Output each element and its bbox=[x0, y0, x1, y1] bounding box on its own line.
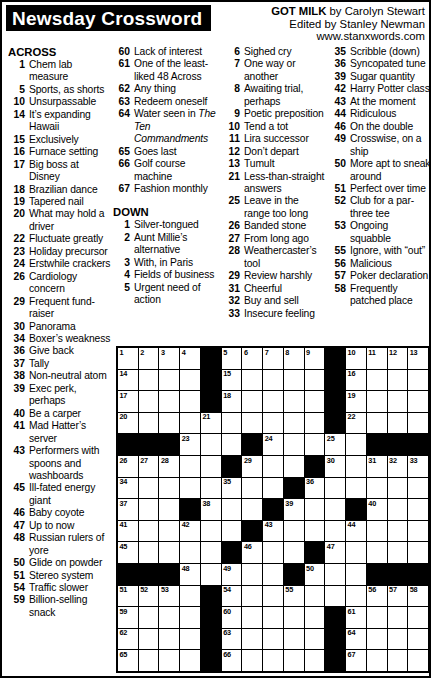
grid-cell-r2c4[interactable] bbox=[180, 370, 200, 391]
grid-cell-r12c13[interactable]: 56 bbox=[367, 586, 387, 607]
grid-cell-r13c9[interactable] bbox=[284, 607, 304, 628]
grid-cell-r6c2[interactable]: 27 bbox=[139, 456, 159, 477]
grid-cell-r8c9[interactable]: 39 bbox=[284, 499, 304, 520]
grid-cell-r15c9[interactable] bbox=[284, 650, 304, 671]
grid-cell-r14c14[interactable] bbox=[388, 629, 408, 650]
grid-cell-r4c10[interactable] bbox=[305, 413, 325, 434]
clue-text: Crosswise, on a ship bbox=[350, 133, 431, 158]
clue-text: Frequent fund-raiser bbox=[29, 296, 111, 321]
clue-across-19: 19Tapered nail bbox=[8, 196, 111, 208]
grid-cell-r10c1[interactable]: 45 bbox=[118, 542, 138, 563]
grid-cell-r5c6[interactable] bbox=[222, 434, 242, 455]
grid-cell-r1c15[interactable]: 13 bbox=[408, 348, 428, 369]
grid-cell-r13c10[interactable] bbox=[305, 607, 325, 628]
grid-cell-r3c12[interactable]: 19 bbox=[346, 391, 366, 412]
grid-cell-r5c12[interactable] bbox=[346, 434, 366, 455]
grid-cell-r4c5[interactable]: 21 bbox=[201, 413, 221, 434]
cell-number: 47 bbox=[327, 543, 335, 551]
grid-cell-r10c9[interactable] bbox=[284, 542, 304, 563]
clue-number: 22 bbox=[8, 233, 25, 245]
cell-number: 14 bbox=[120, 370, 128, 378]
clue-number: 36 bbox=[329, 58, 346, 70]
grid-cell-r14c15[interactable] bbox=[408, 629, 428, 650]
clue-text: Buy and sell bbox=[244, 295, 326, 307]
grid-cell-r14c11-black bbox=[325, 629, 345, 650]
clue-text: Billion-selling snack bbox=[29, 594, 111, 619]
grid-cell-r2c12[interactable]: 16 bbox=[346, 370, 366, 391]
grid-cell-r10c13[interactable] bbox=[367, 542, 387, 563]
grid-cell-r14c7[interactable] bbox=[242, 629, 262, 650]
grid-cell-r6c9[interactable] bbox=[284, 456, 304, 477]
grid-cell-r2c14[interactable] bbox=[388, 370, 408, 391]
grid-cell-r7c8[interactable] bbox=[263, 478, 283, 499]
grid-cell-r14c8[interactable] bbox=[263, 629, 283, 650]
grid-cell-r9c10[interactable] bbox=[305, 521, 325, 542]
grid-cell-r1c7[interactable]: 6 bbox=[242, 348, 262, 369]
grid-cell-r7c2[interactable] bbox=[139, 478, 159, 499]
grid-cell-r6c6-black bbox=[222, 456, 242, 477]
grid-cell-r1c3[interactable]: 3 bbox=[159, 348, 179, 369]
grid-cell-r6c8[interactable] bbox=[263, 456, 283, 477]
grid-cell-r2c1[interactable]: 14 bbox=[118, 370, 138, 391]
grid-cell-r4c13[interactable] bbox=[367, 413, 387, 434]
cell-number: 8 bbox=[285, 349, 289, 357]
grid-cell-r1c8[interactable]: 7 bbox=[263, 348, 283, 369]
grid-cell-r7c15[interactable] bbox=[408, 478, 428, 499]
grid-cell-r7c13[interactable] bbox=[367, 478, 387, 499]
section-header-across: ACROSS bbox=[8, 46, 111, 59]
clue-number: 51 bbox=[329, 183, 346, 195]
grid-cell-r6c15[interactable]: 33 bbox=[408, 456, 428, 477]
grid-cell-r8c10[interactable] bbox=[305, 499, 325, 520]
clue-down-1: 1Silver-tongued bbox=[113, 219, 219, 231]
grid-cell-r15c6[interactable]: 66 bbox=[222, 650, 242, 671]
grid-cell-r15c2[interactable] bbox=[139, 650, 159, 671]
grid-cell-r11c10[interactable]: 50 bbox=[305, 564, 325, 585]
clue-number: 29 bbox=[223, 270, 240, 282]
grid-cell-r11c11[interactable] bbox=[325, 564, 345, 585]
grid-cell-r15c7[interactable] bbox=[242, 650, 262, 671]
grid-cell-r9c1[interactable]: 41 bbox=[118, 521, 138, 542]
grid-cell-r6c5[interactable] bbox=[201, 456, 221, 477]
grid-cell-r12c7[interactable] bbox=[242, 586, 262, 607]
grid-cell-r12c10[interactable] bbox=[305, 586, 325, 607]
cell-number: 39 bbox=[285, 500, 293, 508]
grid-cell-r14c3[interactable] bbox=[159, 629, 179, 650]
clue-number: 55 bbox=[329, 245, 346, 257]
cell-number: 46 bbox=[244, 543, 252, 551]
grid-cell-r13c1[interactable]: 59 bbox=[118, 607, 138, 628]
clue-text: Poker declaration bbox=[350, 270, 431, 282]
grid-cell-r12c8[interactable] bbox=[263, 586, 283, 607]
cell-number: 19 bbox=[348, 392, 356, 400]
clue-across-67: 67Fashion monthly bbox=[113, 183, 219, 195]
grid-cell-r9c15[interactable] bbox=[408, 521, 428, 542]
grid-cell-r14c10[interactable] bbox=[305, 629, 325, 650]
grid-cell-r13c2[interactable] bbox=[139, 607, 159, 628]
clue-across-39: 39Exec perk, perhaps bbox=[8, 383, 111, 408]
grid-cell-r7c12[interactable] bbox=[346, 478, 366, 499]
grid-cell-r6c13[interactable]: 31 bbox=[367, 456, 387, 477]
clue-text: Tend a tot bbox=[244, 121, 326, 133]
grid-cell-r11c8[interactable] bbox=[263, 564, 283, 585]
cell-number: 63 bbox=[223, 629, 231, 637]
grid-cell-r15c13[interactable] bbox=[367, 650, 387, 671]
cell-number: 48 bbox=[182, 565, 190, 573]
grid-cell-r10c4[interactable] bbox=[180, 542, 200, 563]
grid-cell-r2c10[interactable] bbox=[305, 370, 325, 391]
grid-cell-r1c4[interactable]: 4 bbox=[180, 348, 200, 369]
clue-across-26: 26Cardiology concern bbox=[8, 271, 111, 296]
grid-cell-r2c11-black bbox=[325, 370, 345, 391]
grid-cell-r3c2[interactable] bbox=[139, 391, 159, 412]
clue-text: Chem lab measure bbox=[29, 59, 111, 84]
grid-cell-r11c13-black bbox=[367, 564, 387, 585]
clue-down-10: 10Tend a tot bbox=[223, 121, 326, 133]
grid-cell-r8c1[interactable]: 37 bbox=[118, 499, 138, 520]
grid-cell-r3c15[interactable] bbox=[408, 391, 428, 412]
grid-cell-r5c14-black bbox=[388, 434, 408, 455]
grid-cell-r7c14[interactable] bbox=[388, 478, 408, 499]
grid-cell-r11c12[interactable] bbox=[346, 564, 366, 585]
grid-cell-r3c9[interactable] bbox=[284, 391, 304, 412]
grid-cell-r4c15[interactable] bbox=[408, 413, 428, 434]
grid-cell-r6c12[interactable] bbox=[346, 456, 366, 477]
grid-cell-r14c6[interactable]: 63 bbox=[222, 629, 242, 650]
grid-cell-r1c14[interactable]: 12 bbox=[388, 348, 408, 369]
clue-number: 59 bbox=[8, 594, 25, 619]
grid-cell-r2c9[interactable] bbox=[284, 370, 304, 391]
grid-cell-r10c12[interactable] bbox=[346, 542, 366, 563]
grid-cell-r13c4[interactable] bbox=[180, 607, 200, 628]
clue-number: 13 bbox=[223, 158, 240, 170]
clue-number: 33 bbox=[223, 308, 240, 320]
clue-text: Awaiting trial, perhaps bbox=[244, 83, 326, 108]
grid-cell-r11c6[interactable]: 49 bbox=[222, 564, 242, 585]
grid-cell-r4c12[interactable]: 22 bbox=[346, 413, 366, 434]
grid-cell-r8c3[interactable] bbox=[159, 499, 179, 520]
grid-cell-r6c4[interactable] bbox=[180, 456, 200, 477]
clue-text: Ongoing squabble bbox=[350, 220, 431, 245]
grid-cell-r1c11-black bbox=[325, 348, 345, 369]
grid-cell-r12c2[interactable]: 52 bbox=[139, 586, 159, 607]
clue-number: 35 bbox=[329, 46, 346, 58]
clue-down-56: 56Malicious bbox=[329, 258, 431, 270]
clue-text: Ill-fated energy giant bbox=[29, 482, 111, 507]
grid-cell-r9c2[interactable] bbox=[139, 521, 159, 542]
grid-cell-r12c11[interactable] bbox=[325, 586, 345, 607]
grid-cell-r5c4[interactable]: 23 bbox=[180, 434, 200, 455]
clue-number: 23 bbox=[8, 246, 25, 258]
cell-number: 41 bbox=[120, 521, 128, 529]
clue-down-12: 12Don’t depart bbox=[223, 146, 326, 158]
clue-number: 26 bbox=[223, 220, 240, 232]
grid-cell-r10c3[interactable] bbox=[159, 542, 179, 563]
grid-cell-r10c5[interactable] bbox=[201, 542, 221, 563]
grid-cell-r5c10[interactable] bbox=[305, 434, 325, 455]
clue-across-60: 60Lack of interest bbox=[113, 46, 219, 58]
grid-cell-r12c1[interactable]: 51 bbox=[118, 586, 138, 607]
cell-number: 61 bbox=[348, 608, 356, 616]
grid-cell-r9c6[interactable] bbox=[222, 521, 242, 542]
grid-cell-r4c1[interactable]: 20 bbox=[118, 413, 138, 434]
grid-cell-r3c8[interactable] bbox=[263, 391, 283, 412]
grid-cell-r12c3[interactable]: 53 bbox=[159, 586, 179, 607]
grid-cell-r9c13[interactable] bbox=[367, 521, 387, 542]
grid-cell-r4c6[interactable] bbox=[222, 413, 242, 434]
clue-number: 58 bbox=[329, 283, 346, 308]
puzzle-title: GOT MILK bbox=[271, 5, 326, 17]
grid-cell-r10c2[interactable] bbox=[139, 542, 159, 563]
grid-cell-r1c6[interactable]: 5 bbox=[222, 348, 242, 369]
clue-text: Give back bbox=[29, 345, 111, 357]
grid-cell-r15c15[interactable] bbox=[408, 650, 428, 671]
grid-cell-r2c13[interactable] bbox=[367, 370, 387, 391]
grid-cell-r8c13[interactable]: 40 bbox=[367, 499, 387, 520]
grid-cell-r11c7[interactable] bbox=[242, 564, 262, 585]
grid-cell-r8c4-black bbox=[180, 499, 200, 520]
grid-cell-r2c5-black bbox=[201, 370, 221, 391]
grid-cell-r3c10[interactable] bbox=[305, 391, 325, 412]
grid-cell-r3c1[interactable]: 17 bbox=[118, 391, 138, 412]
clue-number: 47 bbox=[8, 520, 25, 532]
grid-cell-r8c5[interactable]: 38 bbox=[201, 499, 221, 520]
grid-cell-r1c2[interactable]: 2 bbox=[139, 348, 159, 369]
clue-text: One way or another bbox=[244, 58, 326, 83]
clue-down-44: 44Ridiculous bbox=[329, 108, 431, 120]
grid-cell-r13c7[interactable] bbox=[242, 607, 262, 628]
grid-cell-r9c3[interactable] bbox=[159, 521, 179, 542]
grid-cell-r10c11[interactable]: 47 bbox=[325, 542, 345, 563]
grid-cell-r12c12[interactable] bbox=[346, 586, 366, 607]
grid-cell-r14c4[interactable] bbox=[180, 629, 200, 650]
grid-cell-r11c4[interactable]: 48 bbox=[180, 564, 200, 585]
grid-cell-r6c3[interactable]: 28 bbox=[159, 456, 179, 477]
grid-cell-r7c5[interactable] bbox=[201, 478, 221, 499]
grid-cell-r12c15[interactable]: 58 bbox=[408, 586, 428, 607]
grid-cell-r7c6[interactable]: 35 bbox=[222, 478, 242, 499]
grid-cell-r4c2[interactable] bbox=[139, 413, 159, 434]
grid-cell-r13c15[interactable] bbox=[408, 607, 428, 628]
grid-cell-r13c14[interactable] bbox=[388, 607, 408, 628]
grid-cell-r1c10[interactable]: 9 bbox=[305, 348, 325, 369]
clue-across-64: 64Water seen in The Ten Commandments bbox=[113, 108, 219, 145]
grid-cell-r7c10[interactable]: 36 bbox=[305, 478, 325, 499]
clue-text: On the double bbox=[350, 121, 431, 133]
clue-number: 49 bbox=[329, 133, 346, 158]
clue-down-4: 4Fields of business bbox=[113, 269, 219, 281]
grid-cell-r14c13[interactable] bbox=[367, 629, 387, 650]
grid-cell-r6c11[interactable]: 30 bbox=[325, 456, 345, 477]
grid-cell-r11c5[interactable] bbox=[201, 564, 221, 585]
grid-cell-r4c4[interactable] bbox=[180, 413, 200, 434]
clue-text: Tapered nail bbox=[29, 196, 111, 208]
grid-cell-r2c3[interactable] bbox=[159, 370, 179, 391]
grid-cell-r14c2[interactable] bbox=[139, 629, 159, 650]
clue-down-21: 21Less-than-straight answers bbox=[223, 171, 326, 196]
grid-cell-r13c13[interactable] bbox=[367, 607, 387, 628]
grid-cell-r13c11-black bbox=[325, 607, 345, 628]
cell-number: 1 bbox=[120, 349, 124, 357]
grid-cell-r7c11[interactable] bbox=[325, 478, 345, 499]
grid-cell-r13c5-black bbox=[201, 607, 221, 628]
grid-cell-r13c12[interactable]: 61 bbox=[346, 607, 366, 628]
grid-cell-r15c1[interactable]: 65 bbox=[118, 650, 138, 671]
cell-number: 4 bbox=[182, 349, 186, 357]
clue-number: 12 bbox=[223, 146, 240, 158]
grid-cell-r8c7[interactable] bbox=[242, 499, 262, 520]
grid-cell-r6c14[interactable]: 32 bbox=[388, 456, 408, 477]
grid-cell-r1c13[interactable]: 11 bbox=[367, 348, 387, 369]
grid-cell-r8c14[interactable] bbox=[388, 499, 408, 520]
grid-cell-r12c14[interactable]: 57 bbox=[388, 586, 408, 607]
grid-cell-r1c9[interactable]: 8 bbox=[284, 348, 304, 369]
grid-cell-r12c9[interactable]: 55 bbox=[284, 586, 304, 607]
cell-number: 51 bbox=[120, 586, 128, 594]
clue-text: Insecure feeling bbox=[244, 308, 326, 320]
grid-cell-r4c8[interactable] bbox=[263, 413, 283, 434]
grid-cell-r14c1[interactable]: 62 bbox=[118, 629, 138, 650]
grid-cell-r13c3[interactable] bbox=[159, 607, 179, 628]
grid-cell-r2c8[interactable] bbox=[263, 370, 283, 391]
clue-text: Silver-tongued bbox=[134, 219, 219, 231]
clue-across-48: 48Russian rulers of yore bbox=[8, 532, 111, 557]
clue-number: 66 bbox=[113, 158, 130, 183]
grid-cell-r10c7[interactable]: 46 bbox=[242, 542, 262, 563]
clue-across-51: 51Stereo system bbox=[8, 570, 111, 582]
grid-cell-r3c13[interactable] bbox=[367, 391, 387, 412]
grid-cell-r15c4[interactable] bbox=[180, 650, 200, 671]
grid-cell-r5c11[interactable]: 25 bbox=[325, 434, 345, 455]
clue-across-15: 15Exclusively bbox=[8, 134, 111, 146]
grid-cell-r9c8[interactable]: 43 bbox=[263, 521, 283, 542]
grid-cell-r3c7[interactable] bbox=[242, 391, 262, 412]
clue-text: Furnace setting bbox=[29, 146, 111, 158]
cell-number: 50 bbox=[306, 565, 314, 573]
grid-cell-r5c5[interactable] bbox=[201, 434, 221, 455]
grid-cell-r4c7[interactable] bbox=[242, 413, 262, 434]
grid-cell-r3c6[interactable]: 18 bbox=[222, 391, 242, 412]
grid-cell-r10c15[interactable] bbox=[408, 542, 428, 563]
grid-cell-r1c1[interactable]: 1 bbox=[118, 348, 138, 369]
grid-cell-r4c3[interactable] bbox=[159, 413, 179, 434]
clue-number: 60 bbox=[113, 46, 130, 58]
clue-text: Review harshly bbox=[244, 270, 326, 282]
clue-number: 38 bbox=[8, 370, 25, 382]
grid-cell-r15c12[interactable]: 67 bbox=[346, 650, 366, 671]
grid-cell-r5c9[interactable] bbox=[284, 434, 304, 455]
grid-cell-r7c7[interactable] bbox=[242, 478, 262, 499]
grid-cell-r15c8[interactable] bbox=[263, 650, 283, 671]
cell-number: 43 bbox=[265, 521, 273, 529]
clue-number: 20 bbox=[8, 208, 25, 233]
grid-cell-r15c14[interactable] bbox=[388, 650, 408, 671]
grid-cell-r4c9[interactable] bbox=[284, 413, 304, 434]
clue-text: Malicious bbox=[350, 258, 431, 270]
cell-number: 56 bbox=[368, 586, 376, 594]
grid-cell-r4c14[interactable] bbox=[388, 413, 408, 434]
clue-text: Baby coyote bbox=[29, 507, 111, 519]
grid-cell-r8c12-black bbox=[346, 499, 366, 520]
cell-number: 58 bbox=[410, 586, 418, 594]
grid-cell-r12c6[interactable]: 54 bbox=[222, 586, 242, 607]
grid-cell-r7c1[interactable]: 34 bbox=[118, 478, 138, 499]
grid-cell-r1c12[interactable]: 10 bbox=[346, 348, 366, 369]
grid-cell-r15c10[interactable] bbox=[305, 650, 325, 671]
clue-number: 28 bbox=[223, 245, 240, 270]
cell-number: 27 bbox=[140, 457, 148, 465]
clue-text: At the moment bbox=[350, 96, 431, 108]
grid-cell-r8c6[interactable] bbox=[222, 499, 242, 520]
grid-cell-r9c14[interactable] bbox=[388, 521, 408, 542]
grid-cell-r8c15[interactable] bbox=[408, 499, 428, 520]
clue-across-54: 54Traffic slower bbox=[8, 582, 111, 594]
grid-cell-r3c14[interactable] bbox=[388, 391, 408, 412]
clue-across-38: 38Non-neutral atom bbox=[8, 370, 111, 382]
grid-cell-r13c6[interactable]: 60 bbox=[222, 607, 242, 628]
clue-number: 21 bbox=[223, 171, 240, 196]
grid-cell-r6c7[interactable]: 29 bbox=[242, 456, 262, 477]
editor-line: Edited by Stanley Newman bbox=[271, 18, 425, 31]
grid-cell-r3c3[interactable] bbox=[159, 391, 179, 412]
cell-number: 13 bbox=[410, 349, 418, 357]
clue-text: Ignore, with “out” bbox=[350, 245, 431, 257]
grid-cell-r2c6[interactable]: 15 bbox=[222, 370, 242, 391]
grid-cell-r5c8[interactable]: 24 bbox=[263, 434, 283, 455]
clue-down-29: 29Review harshly bbox=[223, 270, 326, 282]
clue-down-39: 39Sugar quantity bbox=[329, 71, 431, 83]
grid-cell-r9c12[interactable]: 44 bbox=[346, 521, 366, 542]
grid-cell-r13c8[interactable] bbox=[263, 607, 283, 628]
grid-cell-r10c8[interactable] bbox=[263, 542, 283, 563]
clue-number: 52 bbox=[329, 195, 346, 220]
clue-down-9: 9Poetic preposition bbox=[223, 108, 326, 120]
clue-across-14: 14It’s expanding Hawaii bbox=[8, 109, 111, 134]
grid-cell-r14c12[interactable]: 64 bbox=[346, 629, 366, 650]
clue-text: Urgent need of action bbox=[134, 282, 219, 307]
grid-cell-r10c14[interactable] bbox=[388, 542, 408, 563]
grid-cell-r9c5[interactable] bbox=[201, 521, 221, 542]
grid-cell-r7c3[interactable] bbox=[159, 478, 179, 499]
grid-cell-r12c4[interactable] bbox=[180, 586, 200, 607]
grid-cell-r2c7[interactable] bbox=[242, 370, 262, 391]
grid-cell-r2c15[interactable] bbox=[408, 370, 428, 391]
cell-number: 3 bbox=[161, 349, 165, 357]
grid-cell-r9c4[interactable]: 42 bbox=[180, 521, 200, 542]
clue-number: 67 bbox=[113, 183, 130, 195]
grid-cell-r8c11[interactable] bbox=[325, 499, 345, 520]
clue-number: 19 bbox=[8, 196, 25, 208]
clue-across-17: 17Big boss at Disney bbox=[8, 159, 111, 184]
clue-text: Lack of interest bbox=[134, 46, 219, 58]
grid-cell-r6c1[interactable]: 26 bbox=[118, 456, 138, 477]
grid-cell-r9c11[interactable] bbox=[325, 521, 345, 542]
clue-text: Performers with spoons and washboards bbox=[29, 445, 111, 482]
clue-text: Tally bbox=[29, 358, 111, 370]
grid-cell-r14c9[interactable] bbox=[284, 629, 304, 650]
website-link[interactable]: www.stanxwords.com bbox=[271, 30, 425, 43]
clue-number: 61 bbox=[113, 58, 130, 83]
clue-text: It’s expanding Hawaii bbox=[29, 109, 111, 134]
grid-cell-r2c2[interactable] bbox=[139, 370, 159, 391]
grid-cell-r15c3[interactable] bbox=[159, 650, 179, 671]
clue-down-31: 31Cheerful bbox=[223, 283, 326, 295]
grid-cell-r7c4[interactable] bbox=[180, 478, 200, 499]
clue-down-51: 51Perfect over time bbox=[329, 183, 431, 195]
grid-cell-r9c9[interactable] bbox=[284, 521, 304, 542]
grid-cell-r3c4[interactable] bbox=[180, 391, 200, 412]
grid-cell-r8c2[interactable] bbox=[139, 499, 159, 520]
